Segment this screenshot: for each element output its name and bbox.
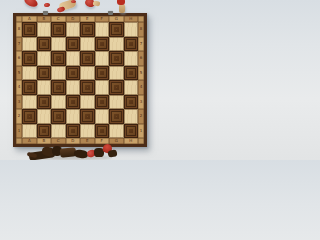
square-a2 bbox=[22, 109, 37, 124]
square-e2 bbox=[80, 109, 95, 124]
square-f2 bbox=[95, 109, 110, 124]
square-f4 bbox=[95, 80, 110, 95]
square-f5 bbox=[95, 66, 110, 81]
square-g6 bbox=[109, 51, 124, 66]
file-label-bottom-e: E bbox=[80, 138, 95, 144]
square-b2 bbox=[37, 109, 52, 124]
square-b7 bbox=[37, 37, 52, 52]
square-h2 bbox=[124, 109, 139, 124]
square-e1 bbox=[80, 124, 95, 139]
square-e6 bbox=[80, 51, 95, 66]
square-g4 bbox=[109, 80, 124, 95]
square-c4 bbox=[51, 80, 66, 95]
square-b3 bbox=[37, 95, 52, 110]
rank-label-right-7: 7 bbox=[138, 37, 144, 52]
rank-label-right-5: 5 bbox=[138, 66, 144, 81]
white-piece-felt-base-2 bbox=[44, 3, 51, 8]
square-f8 bbox=[95, 22, 110, 37]
board-hinge-left bbox=[43, 11, 48, 15]
square-c6 bbox=[51, 51, 66, 66]
square-f7 bbox=[95, 37, 110, 52]
white-piece-body-3 bbox=[119, 4, 125, 13]
square-f3 bbox=[95, 95, 110, 110]
square-a6 bbox=[22, 51, 37, 66]
square-d1 bbox=[66, 124, 81, 139]
square-h3 bbox=[124, 95, 139, 110]
square-c5 bbox=[51, 66, 66, 81]
rank-label-right-6: 6 bbox=[138, 51, 144, 66]
square-e7 bbox=[80, 37, 95, 52]
square-c8 bbox=[51, 22, 66, 37]
square-h7 bbox=[124, 37, 139, 52]
rank-label-right-4: 4 bbox=[138, 80, 144, 95]
square-c3 bbox=[51, 95, 66, 110]
white-piece-body-2 bbox=[93, 0, 101, 6]
file-label-bottom-g: G bbox=[109, 138, 124, 144]
board-grid: ABCDEFGH8877665544332211ABCDEFGH bbox=[16, 16, 144, 144]
board-hinge-right bbox=[108, 11, 113, 15]
file-label-bottom-a: A bbox=[22, 138, 37, 144]
file-label-bottom-d: D bbox=[66, 138, 81, 144]
square-d4 bbox=[66, 80, 81, 95]
file-label-bottom-b: B bbox=[37, 138, 52, 144]
white-piece-felt-base-1 bbox=[23, 0, 39, 9]
square-d7 bbox=[66, 37, 81, 52]
square-a4 bbox=[22, 80, 37, 95]
white-piece-felt-tip bbox=[71, 0, 76, 3]
photo-scene: ABCDEFGH8877665544332211ABCDEFGH bbox=[0, 0, 160, 160]
square-b5 bbox=[37, 66, 52, 81]
square-e3 bbox=[80, 95, 95, 110]
file-label-bottom-h: H bbox=[124, 138, 139, 144]
square-e4 bbox=[80, 80, 95, 95]
square-h4 bbox=[124, 80, 139, 95]
rank-label-right-8: 8 bbox=[138, 22, 144, 37]
square-f1 bbox=[95, 124, 110, 139]
square-e8 bbox=[80, 22, 95, 37]
square-b4 bbox=[37, 80, 52, 95]
square-a3 bbox=[22, 95, 37, 110]
square-a7 bbox=[22, 37, 37, 52]
white-piece-felt-base-5 bbox=[117, 0, 125, 5]
square-f6 bbox=[95, 51, 110, 66]
square-b8 bbox=[37, 22, 52, 37]
square-c1 bbox=[51, 124, 66, 139]
square-g2 bbox=[109, 109, 124, 124]
square-a1 bbox=[22, 124, 37, 139]
square-b1 bbox=[37, 124, 52, 139]
rank-label-right-3: 3 bbox=[138, 95, 144, 110]
square-g1 bbox=[109, 124, 124, 139]
square-d2 bbox=[66, 109, 81, 124]
square-d3 bbox=[66, 95, 81, 110]
square-h5 bbox=[124, 66, 139, 81]
square-h8 bbox=[124, 22, 139, 37]
square-b6 bbox=[37, 51, 52, 66]
square-h1 bbox=[124, 124, 139, 139]
square-a8 bbox=[22, 22, 37, 37]
square-g8 bbox=[109, 22, 124, 37]
file-label-bottom-c: C bbox=[51, 138, 66, 144]
rank-label-right-1: 1 bbox=[138, 124, 144, 139]
square-g3 bbox=[109, 95, 124, 110]
square-d8 bbox=[66, 22, 81, 37]
square-g5 bbox=[109, 66, 124, 81]
square-h6 bbox=[124, 51, 139, 66]
square-g7 bbox=[109, 37, 124, 52]
board-border-corner bbox=[138, 138, 144, 144]
square-e5 bbox=[80, 66, 95, 81]
square-c7 bbox=[51, 37, 66, 52]
rank-label-right-2: 2 bbox=[138, 109, 144, 124]
square-a5 bbox=[22, 66, 37, 81]
square-d5 bbox=[66, 66, 81, 81]
square-c2 bbox=[51, 109, 66, 124]
chess-board: ABCDEFGH8877665544332211ABCDEFGH bbox=[13, 13, 147, 147]
black-piece-8 bbox=[107, 149, 117, 157]
square-d6 bbox=[66, 51, 81, 66]
